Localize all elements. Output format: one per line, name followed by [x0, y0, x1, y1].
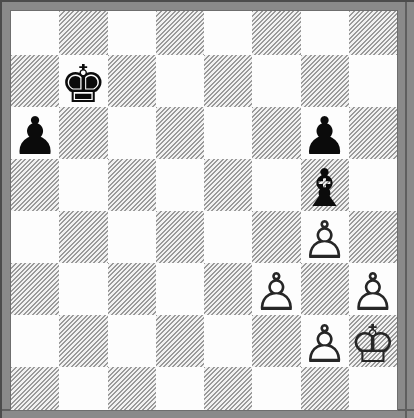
- piece-white-pawn[interactable]: ♙: [253, 266, 300, 318]
- square-c5[interactable]: [108, 159, 156, 211]
- square-a5[interactable]: [11, 159, 59, 211]
- chess-board: ♚♟♟♝♙♙♙♙♔: [11, 11, 397, 410]
- square-b3[interactable]: [59, 263, 107, 315]
- square-b7[interactable]: ♚: [59, 55, 107, 107]
- square-d6[interactable]: [156, 107, 204, 159]
- square-a1[interactable]: [11, 367, 59, 411]
- square-d1[interactable]: [156, 367, 204, 411]
- square-a8[interactable]: [11, 11, 59, 55]
- piece-white-pawn[interactable]: ♙: [301, 214, 348, 266]
- square-d8[interactable]: [156, 11, 204, 55]
- square-d2[interactable]: [156, 315, 204, 367]
- square-a4[interactable]: [11, 211, 59, 263]
- square-g2[interactable]: ♙: [301, 315, 349, 367]
- square-c2[interactable]: [108, 315, 156, 367]
- square-e3[interactable]: [204, 263, 252, 315]
- square-h4[interactable]: [349, 211, 397, 263]
- square-e1[interactable]: [204, 367, 252, 411]
- square-c3[interactable]: [108, 263, 156, 315]
- square-h7[interactable]: [349, 55, 397, 107]
- square-c4[interactable]: [108, 211, 156, 263]
- piece-white-pawn[interactable]: ♙: [350, 266, 397, 318]
- piece-black-pawn[interactable]: ♟: [12, 110, 59, 162]
- square-g4[interactable]: ♙: [301, 211, 349, 263]
- square-c1[interactable]: [108, 367, 156, 411]
- square-h6[interactable]: [349, 107, 397, 159]
- square-f6[interactable]: [252, 107, 300, 159]
- square-g5[interactable]: ♝: [301, 159, 349, 211]
- square-b8[interactable]: [59, 11, 107, 55]
- square-f4[interactable]: [252, 211, 300, 263]
- piece-black-pawn[interactable]: ♟: [301, 110, 348, 162]
- square-e2[interactable]: [204, 315, 252, 367]
- square-a2[interactable]: [11, 315, 59, 367]
- square-b6[interactable]: [59, 107, 107, 159]
- square-g3[interactable]: [301, 263, 349, 315]
- square-c8[interactable]: [108, 11, 156, 55]
- frame-edge-right: [405, 2, 407, 418]
- square-g6[interactable]: ♟: [301, 107, 349, 159]
- square-d3[interactable]: [156, 263, 204, 315]
- square-d5[interactable]: [156, 159, 204, 211]
- square-d7[interactable]: [156, 55, 204, 107]
- square-h3[interactable]: ♙: [349, 263, 397, 315]
- square-a3[interactable]: [11, 263, 59, 315]
- square-b5[interactable]: [59, 159, 107, 211]
- square-a6[interactable]: ♟: [11, 107, 59, 159]
- square-f7[interactable]: [252, 55, 300, 107]
- piece-white-king[interactable]: ♔: [350, 318, 397, 370]
- square-e8[interactable]: [204, 11, 252, 55]
- square-f3[interactable]: ♙: [252, 263, 300, 315]
- piece-black-bishop[interactable]: ♝: [301, 162, 348, 214]
- square-e6[interactable]: [204, 107, 252, 159]
- square-h5[interactable]: [349, 159, 397, 211]
- square-c7[interactable]: [108, 55, 156, 107]
- square-c6[interactable]: [108, 107, 156, 159]
- square-b1[interactable]: [59, 367, 107, 411]
- square-f5[interactable]: [252, 159, 300, 211]
- square-b2[interactable]: [59, 315, 107, 367]
- square-g7[interactable]: [301, 55, 349, 107]
- board-frame: ♚♟♟♝♙♙♙♙♔: [0, 0, 414, 418]
- square-f8[interactable]: [252, 11, 300, 55]
- square-a7[interactable]: [11, 55, 59, 107]
- square-b4[interactable]: [59, 211, 107, 263]
- square-e4[interactable]: [204, 211, 252, 263]
- square-d4[interactable]: [156, 211, 204, 263]
- square-f2[interactable]: [252, 315, 300, 367]
- piece-white-pawn[interactable]: ♙: [301, 318, 348, 370]
- square-h2[interactable]: ♔: [349, 315, 397, 367]
- piece-black-king[interactable]: ♚: [60, 58, 107, 110]
- square-h8[interactable]: [349, 11, 397, 55]
- square-f1[interactable]: [252, 367, 300, 411]
- square-g8[interactable]: [301, 11, 349, 55]
- square-e5[interactable]: [204, 159, 252, 211]
- square-e7[interactable]: [204, 55, 252, 107]
